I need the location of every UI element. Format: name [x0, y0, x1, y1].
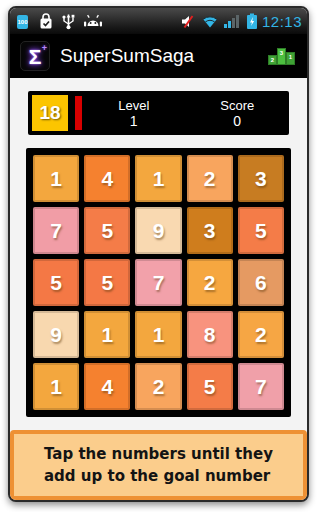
cell-r3c1[interactable]: 5 — [33, 259, 79, 306]
score-block: Score 0 — [186, 98, 290, 129]
cell-r1c2[interactable]: 4 — [84, 155, 130, 202]
cell-r1c3[interactable]: 1 — [135, 155, 181, 202]
wifi-icon — [200, 13, 220, 29]
bag-check-icon — [38, 13, 54, 30]
status-bar: 100 — [10, 8, 307, 34]
cell-r3c3[interactable]: 7 — [135, 259, 181, 306]
level-label: Level — [118, 98, 149, 113]
cell-r3c5[interactable]: 6 — [238, 259, 284, 306]
cell-r5c5[interactable]: 7 — [238, 363, 284, 410]
battery-charging-icon — [246, 13, 258, 30]
app-window: 100 — [8, 6, 309, 502]
signal-icon — [224, 13, 242, 29]
cell-r2c3[interactable]: 9 — [135, 207, 181, 254]
cell-r5c4[interactable]: 5 — [187, 363, 233, 410]
board-grid: 1412375935557269118214257 — [26, 148, 291, 417]
cell-r5c3[interactable]: 2 — [135, 363, 181, 410]
cell-r5c1[interactable]: 1 — [33, 363, 79, 410]
usb-icon — [62, 12, 75, 30]
cell-r2c4[interactable]: 3 — [187, 207, 233, 254]
cell-r2c5[interactable]: 5 — [238, 207, 284, 254]
instruction-line-2: add up to the goal number — [44, 465, 303, 487]
cell-r3c4[interactable]: 2 — [187, 259, 233, 306]
cell-r1c4[interactable]: 2 — [187, 155, 233, 202]
score-value: 0 — [233, 113, 241, 129]
android-debug-icon — [83, 13, 103, 29]
cell-r2c1[interactable]: 7 — [33, 207, 79, 254]
goal-divider — [75, 96, 82, 130]
podium-first: 3 — [277, 48, 286, 65]
cell-r3c2[interactable]: 5 — [84, 259, 130, 306]
goal-number: 18 — [32, 95, 68, 131]
cell-r4c5[interactable]: 2 — [238, 311, 284, 358]
cell-r4c4[interactable]: 8 — [187, 311, 233, 358]
battery-level-app-icon: 100 — [15, 12, 30, 30]
cell-r4c2[interactable]: 1 — [84, 311, 130, 358]
hud-bar: 18 Level 1 Score 0 — [28, 91, 289, 135]
sigma-plus-app-icon: Σ + — [20, 41, 50, 71]
podium-second: 1 — [286, 52, 295, 65]
leaderboard-icon[interactable]: 2 3 1 — [268, 48, 295, 65]
cell-r1c1[interactable]: 1 — [33, 155, 79, 202]
cell-r4c1[interactable]: 9 — [33, 311, 79, 358]
score-label: Score — [220, 98, 254, 113]
level-block: Level 1 — [82, 98, 186, 129]
podium-third: 2 — [268, 55, 277, 65]
instruction-line-1: Tap the numbers until they — [44, 443, 303, 465]
title-bar: Σ + SuperSumSaga 2 3 1 — [10, 34, 307, 78]
cell-r5c2[interactable]: 4 — [84, 363, 130, 410]
mute-icon — [179, 13, 196, 30]
cell-r4c3[interactable]: 1 — [135, 311, 181, 358]
level-value: 1 — [130, 113, 138, 129]
instruction-box: Tap the numbers until they add up to the… — [10, 430, 307, 500]
cell-r2c2[interactable]: 5 — [84, 207, 130, 254]
cell-r1c5[interactable]: 3 — [238, 155, 284, 202]
clock: 12:13 — [262, 13, 302, 30]
app-title: SuperSumSaga — [60, 45, 194, 67]
